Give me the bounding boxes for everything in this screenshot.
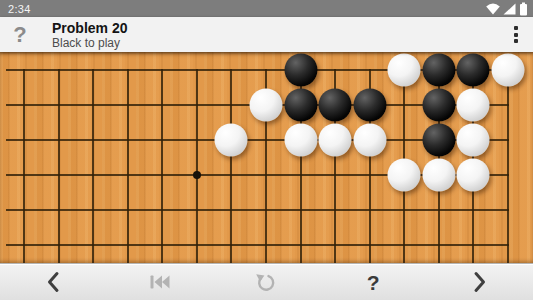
grid-line (58, 69, 60, 263)
problem-info-button[interactable]: ? (0, 17, 40, 52)
page-subtitle: Black to play (52, 36, 499, 50)
undo-icon (255, 273, 277, 292)
grid-line (507, 69, 509, 263)
stone-white (319, 124, 352, 157)
stone-white (491, 54, 524, 87)
skip-to-start-icon (149, 274, 171, 290)
first-move-button[interactable] (107, 264, 214, 300)
battery-icon (519, 2, 528, 16)
status-bar: 2:34 (0, 0, 533, 17)
question-mark-icon: ? (367, 272, 380, 293)
prev-problem-button[interactable] (0, 264, 107, 300)
grid-line (127, 69, 129, 263)
bottom-toolbar: ? (0, 263, 533, 300)
stone-black (457, 54, 490, 87)
stone-white (353, 124, 386, 157)
stone-white (457, 89, 490, 122)
app-screen: 2:34 ? Problem 20 Black to play (0, 0, 533, 300)
stone-white (457, 159, 490, 192)
stone-black (422, 89, 455, 122)
star-point (193, 171, 201, 179)
hint-button[interactable]: ? (320, 264, 427, 300)
stone-white (249, 89, 282, 122)
stone-black (422, 124, 455, 157)
stone-black (422, 54, 455, 87)
grid-line (92, 69, 94, 263)
stone-white (422, 159, 455, 192)
grid-line (196, 69, 198, 263)
stone-black (353, 89, 386, 122)
app-bar: ? Problem 20 Black to play (0, 17, 533, 52)
next-problem-button[interactable] (426, 264, 533, 300)
stone-black (319, 89, 352, 122)
go-board[interactable] (0, 52, 533, 263)
stone-white (215, 124, 248, 157)
stone-white (457, 124, 490, 157)
page-title: Problem 20 (52, 20, 499, 36)
status-icons (486, 0, 528, 17)
status-time: 2:34 (8, 3, 31, 15)
stone-black (284, 54, 317, 87)
stone-black (284, 89, 317, 122)
grid-line (23, 69, 25, 263)
wifi-icon (486, 3, 500, 15)
chevron-right-icon (472, 271, 488, 293)
title-block: Problem 20 Black to play (40, 20, 499, 50)
stone-white (388, 54, 421, 87)
stone-white (284, 124, 317, 157)
chevron-left-icon (45, 271, 61, 293)
grid-line (6, 209, 509, 211)
grid-line (6, 244, 509, 246)
overflow-menu-button[interactable] (499, 17, 533, 52)
signal-icon (503, 3, 516, 15)
grid-line (230, 69, 232, 263)
stone-white (388, 159, 421, 192)
undo-button[interactable] (213, 264, 320, 300)
grid-line (161, 69, 163, 263)
